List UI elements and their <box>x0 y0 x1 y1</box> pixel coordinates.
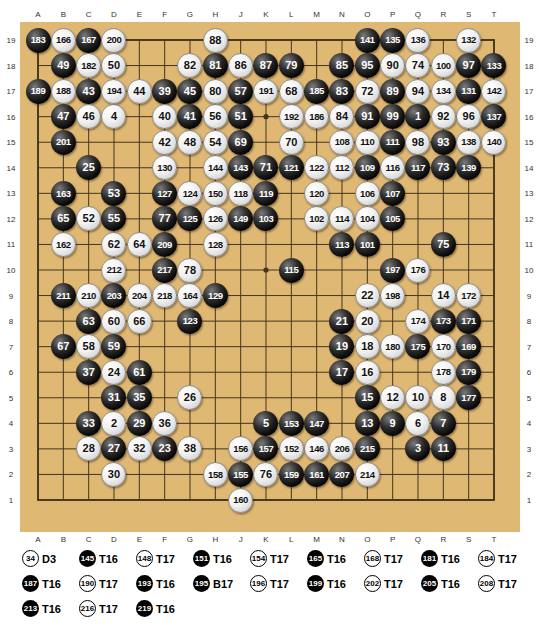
stone-P4: 9 <box>380 411 405 436</box>
stone-C17: 43 <box>76 79 101 104</box>
caption-move-145: 145T16 <box>79 549 136 568</box>
stone-O19: 141 <box>355 28 380 53</box>
stone-P13: 107 <box>380 181 405 206</box>
coord-label-bottom-K: K <box>263 535 268 544</box>
caption-coord: T17 <box>99 578 118 590</box>
stone-O7: 18 <box>355 334 380 359</box>
coord-label-right-1: 1 <box>527 496 531 505</box>
coord-label-top-S: S <box>466 10 471 19</box>
stone-D19: 200 <box>101 28 126 53</box>
caption-move-202: 202T17 <box>364 574 421 593</box>
caption-stone-145: 145 <box>79 550 96 567</box>
coord-label-top-T: T <box>492 10 497 19</box>
stone-L18: 79 <box>279 53 304 78</box>
caption-move-193: 193T16 <box>136 574 193 593</box>
stone-F4: 36 <box>152 411 177 436</box>
caption-stone-190: 190 <box>79 575 96 592</box>
stone-L2: 159 <box>279 462 304 487</box>
caption-move-168: 168T17 <box>364 549 421 568</box>
coord-label-bottom-D: D <box>111 535 117 544</box>
stone-O11: 101 <box>355 232 380 257</box>
coord-label-bottom-R: R <box>440 535 446 544</box>
coord-label-right-4: 4 <box>527 419 531 428</box>
stone-E6: 61 <box>127 360 152 385</box>
coord-label-right-7: 7 <box>527 342 531 351</box>
caption-stone-216: 216 <box>79 600 96 617</box>
coord-label-left-1: 1 <box>9 496 13 505</box>
stone-E8: 66 <box>127 309 152 334</box>
coord-label-top-A: A <box>35 10 40 19</box>
stone-C6: 37 <box>76 360 101 385</box>
coord-label-top-N: N <box>339 10 345 19</box>
go-kifu-diagram: 1831661672008814113513613249182508281868… <box>0 0 540 629</box>
stone-R18: 100 <box>431 53 456 78</box>
coord-label-right-2: 2 <box>527 470 531 479</box>
stone-F15: 42 <box>152 130 177 155</box>
coord-label-right-13: 13 <box>525 189 534 198</box>
caption-move-151: 151T16 <box>193 549 250 568</box>
coord-label-left-14: 14 <box>7 163 16 172</box>
coord-label-left-17: 17 <box>7 87 16 96</box>
coord-label-right-5: 5 <box>527 393 531 402</box>
stone-G17: 45 <box>177 79 202 104</box>
caption-coord: T17 <box>498 578 517 590</box>
stone-R8: 173 <box>431 309 456 334</box>
stone-M2: 161 <box>304 462 329 487</box>
stone-R11: 75 <box>431 232 456 257</box>
stone-B13: 163 <box>51 181 76 206</box>
caption-stone-196: 196 <box>250 575 267 592</box>
caption-coord: T16 <box>441 578 460 590</box>
coord-label-bottom-M: M <box>313 535 320 544</box>
stone-B19: 166 <box>51 28 76 53</box>
caption-coord: T16 <box>327 578 346 590</box>
caption-coord: T16 <box>441 553 460 565</box>
coord-label-left-11: 11 <box>7 240 15 249</box>
stone-K17: 191 <box>253 79 278 104</box>
stone-S8: 171 <box>456 309 481 334</box>
coord-label-bottom-S: S <box>466 535 471 544</box>
caption-stone-202: 202 <box>364 575 381 592</box>
coord-label-bottom-Q: Q <box>415 535 421 544</box>
coord-label-bottom-O: O <box>364 535 370 544</box>
caption-move-205: 205T16 <box>421 574 478 593</box>
stone-B16: 47 <box>51 104 76 129</box>
coord-label-bottom-L: L <box>289 535 293 544</box>
move-caption: 34D3145T16148T17151T16154T17165T16168T17… <box>22 549 538 624</box>
stone-S17: 131 <box>456 79 481 104</box>
coord-label-bottom-C: C <box>86 535 92 544</box>
caption-move-213: 213T16 <box>22 599 79 618</box>
stone-E5: 35 <box>127 385 152 410</box>
stone-F11: 209 <box>152 232 177 257</box>
coord-label-left-16: 16 <box>7 112 16 121</box>
stone-L10: 115 <box>279 258 304 283</box>
caption-stone-34: 34 <box>22 550 39 567</box>
stone-H13: 150 <box>203 181 228 206</box>
coord-label-right-19: 19 <box>525 36 534 45</box>
stone-R4: 7 <box>431 411 456 436</box>
caption-coord: D3 <box>42 553 56 565</box>
coord-label-left-15: 15 <box>7 138 16 147</box>
coord-label-bottom-T: T <box>492 535 497 544</box>
coord-label-top-J: J <box>239 10 243 19</box>
coord-label-top-K: K <box>263 10 268 19</box>
star-point <box>263 267 268 272</box>
caption-move-199: 199T16 <box>307 574 364 593</box>
stone-C19: 167 <box>76 28 101 53</box>
stone-O8: 20 <box>355 309 380 334</box>
coord-label-top-L: L <box>289 10 293 19</box>
stone-M13: 120 <box>304 181 329 206</box>
coord-label-bottom-G: G <box>187 535 193 544</box>
caption-coord: T16 <box>156 578 175 590</box>
stone-H9: 129 <box>203 283 228 308</box>
stone-S15: 138 <box>456 130 481 155</box>
coord-label-bottom-A: A <box>35 535 40 544</box>
caption-move-219: 219T16 <box>136 599 193 618</box>
go-board: 1831661672008814113513613249182508281868… <box>20 22 520 532</box>
coord-label-left-6: 6 <box>9 368 13 377</box>
coord-label-top-Q: Q <box>415 10 421 19</box>
stone-O14: 109 <box>355 155 380 180</box>
stone-R17: 134 <box>431 79 456 104</box>
stone-S19: 132 <box>456 28 481 53</box>
stone-L15: 70 <box>279 130 304 155</box>
coord-label-top-P: P <box>390 10 395 19</box>
stone-G10: 78 <box>177 258 202 283</box>
coord-label-right-17: 17 <box>525 87 534 96</box>
coord-label-bottom-N: N <box>339 535 345 544</box>
coord-label-top-R: R <box>440 10 446 19</box>
coord-label-left-7: 7 <box>9 342 13 351</box>
coord-label-bottom-P: P <box>390 535 395 544</box>
coord-label-right-11: 11 <box>525 240 533 249</box>
stone-Q19: 136 <box>405 28 430 53</box>
stone-L14: 121 <box>279 155 304 180</box>
stone-E11: 64 <box>127 232 152 257</box>
caption-coord: T16 <box>42 578 61 590</box>
stone-P15: 111 <box>380 130 405 155</box>
stone-P10: 197 <box>380 258 405 283</box>
stone-P17: 89 <box>380 79 405 104</box>
star-point <box>263 114 268 119</box>
coord-label-top-O: O <box>364 10 370 19</box>
caption-move-34: 34D3 <box>22 549 79 568</box>
stone-J15: 69 <box>228 130 253 155</box>
stone-B9: 211 <box>51 283 76 308</box>
caption-coord: T17 <box>498 553 517 565</box>
caption-move-216: 216T17 <box>79 599 136 618</box>
coord-label-top-C: C <box>86 10 92 19</box>
caption-stone-205: 205 <box>421 575 438 592</box>
caption-row: 213T16216T17219T16 <box>22 599 538 618</box>
caption-row: 34D3145T16148T17151T16154T17165T16168T17… <box>22 549 538 568</box>
coord-label-right-10: 10 <box>525 266 534 275</box>
caption-coord: T16 <box>327 553 346 565</box>
coord-label-left-19: 19 <box>7 36 16 45</box>
coord-label-top-M: M <box>313 10 320 19</box>
stone-M17: 185 <box>304 79 329 104</box>
stone-B11: 162 <box>51 232 76 257</box>
coord-label-bottom-H: H <box>212 535 218 544</box>
coord-label-top-F: F <box>162 10 167 19</box>
caption-move-190: 190T17 <box>79 574 136 593</box>
coord-label-top-H: H <box>212 10 218 19</box>
caption-move-165: 165T16 <box>307 549 364 568</box>
stone-R15: 93 <box>431 130 456 155</box>
caption-stone-154: 154 <box>250 550 267 567</box>
caption-coord: T16 <box>156 603 175 615</box>
coord-label-top-E: E <box>137 10 142 19</box>
stone-R6: 178 <box>431 360 456 385</box>
caption-coord: T16 <box>99 553 118 565</box>
coord-label-left-9: 9 <box>9 291 13 300</box>
stone-E9: 204 <box>127 283 152 308</box>
stone-O4: 13 <box>355 411 380 436</box>
stone-H14: 144 <box>203 155 228 180</box>
caption-move-154: 154T17 <box>250 549 307 568</box>
caption-stone-165: 165 <box>307 550 324 567</box>
stone-S6: 179 <box>456 360 481 385</box>
coord-label-right-3: 3 <box>527 444 531 453</box>
coord-label-right-8: 8 <box>527 317 531 326</box>
stone-D10: 212 <box>101 258 126 283</box>
stone-L16: 192 <box>279 104 304 129</box>
caption-stone-148: 148 <box>136 550 153 567</box>
caption-stone-199: 199 <box>307 575 324 592</box>
caption-stone-181: 181 <box>421 550 438 567</box>
coord-label-bottom-J: J <box>239 535 243 544</box>
coord-label-top-B: B <box>61 10 66 19</box>
coord-label-left-4: 4 <box>9 419 13 428</box>
stone-B17: 188 <box>51 79 76 104</box>
caption-row: 187T16190T17193T16195B17196T17199T16202T… <box>22 574 538 593</box>
stone-J1: 160 <box>228 488 253 513</box>
coord-label-left-5: 5 <box>9 393 13 402</box>
coord-label-left-3: 3 <box>9 444 13 453</box>
stone-F13: 127 <box>152 181 177 206</box>
caption-coord: B17 <box>213 578 233 590</box>
coord-label-bottom-F: F <box>162 535 167 544</box>
stone-J17: 57 <box>228 79 253 104</box>
stone-O5: 15 <box>355 385 380 410</box>
coord-label-left-8: 8 <box>9 317 13 326</box>
coord-label-top-D: D <box>111 10 117 19</box>
stone-A17: 189 <box>26 79 51 104</box>
stone-H15: 54 <box>203 130 228 155</box>
stone-H11: 128 <box>203 232 228 257</box>
coord-label-right-14: 14 <box>525 163 534 172</box>
stone-R5: 8 <box>431 385 456 410</box>
stone-O13: 106 <box>355 181 380 206</box>
stone-F10: 217 <box>152 258 177 283</box>
stone-H2: 158 <box>203 462 228 487</box>
caption-coord: T17 <box>99 603 118 615</box>
stone-D17: 194 <box>101 79 126 104</box>
stone-F17: 39 <box>152 79 177 104</box>
caption-move-181: 181T16 <box>421 549 478 568</box>
stone-E17: 44 <box>127 79 152 104</box>
stone-E4: 29 <box>127 411 152 436</box>
stone-H19: 88 <box>203 28 228 53</box>
caption-stone-208: 208 <box>478 575 495 592</box>
stone-O2: 214 <box>355 462 380 487</box>
stone-Q10: 176 <box>405 258 430 283</box>
stone-B18: 49 <box>51 53 76 78</box>
stone-B15: 201 <box>51 130 76 155</box>
stone-C8: 63 <box>76 309 101 334</box>
stone-R9: 14 <box>431 283 456 308</box>
stone-O16: 91 <box>355 104 380 129</box>
coord-label-left-10: 10 <box>7 266 16 275</box>
caption-stone-187: 187 <box>22 575 39 592</box>
stone-D8: 60 <box>101 309 126 334</box>
stone-M4: 147 <box>304 411 329 436</box>
caption-stone-168: 168 <box>364 550 381 567</box>
coord-label-right-16: 16 <box>525 112 534 121</box>
caption-move-187: 187T16 <box>22 574 79 593</box>
caption-coord: T17 <box>270 553 289 565</box>
caption-stone-184: 184 <box>478 550 495 567</box>
stone-O9: 22 <box>355 283 380 308</box>
stone-R16: 92 <box>431 104 456 129</box>
caption-move-208: 208T17 <box>478 574 535 593</box>
stone-R7: 170 <box>431 334 456 359</box>
caption-stone-219: 219 <box>136 600 153 617</box>
coord-label-bottom-E: E <box>137 535 142 544</box>
caption-coord: T17 <box>384 578 403 590</box>
stone-C4: 33 <box>76 411 101 436</box>
stone-J2: 155 <box>228 462 253 487</box>
stone-P19: 135 <box>380 28 405 53</box>
coord-label-bottom-B: B <box>61 535 66 544</box>
coord-label-top-G: G <box>187 10 193 19</box>
caption-stone-193: 193 <box>136 575 153 592</box>
stone-H18: 81 <box>203 53 228 78</box>
coord-label-right-9: 9 <box>527 291 531 300</box>
stone-T17: 142 <box>481 79 506 104</box>
stone-R14: 73 <box>431 155 456 180</box>
coord-label-left-13: 13 <box>7 189 16 198</box>
caption-coord: T17 <box>156 553 175 565</box>
coord-label-left-12: 12 <box>7 214 16 223</box>
coord-label-right-18: 18 <box>525 61 534 70</box>
stone-O17: 72 <box>355 79 380 104</box>
stone-G8: 123 <box>177 309 202 334</box>
caption-stone-151: 151 <box>193 550 210 567</box>
caption-coord: T17 <box>384 553 403 565</box>
stone-J13: 118 <box>228 181 253 206</box>
caption-coord: T16 <box>42 603 61 615</box>
caption-stone-195: 195 <box>193 575 210 592</box>
stone-Q8: 174 <box>405 309 430 334</box>
coord-label-right-12: 12 <box>525 214 534 223</box>
coord-label-left-2: 2 <box>9 470 13 479</box>
stone-A19: 183 <box>26 28 51 53</box>
caption-stone-213: 213 <box>22 600 39 617</box>
coord-label-left-18: 18 <box>7 61 16 70</box>
caption-move-184: 184T17 <box>478 549 535 568</box>
stone-H16: 56 <box>203 104 228 129</box>
stone-O18: 95 <box>355 53 380 78</box>
stone-O15: 110 <box>355 130 380 155</box>
stone-H17: 80 <box>203 79 228 104</box>
coord-label-right-15: 15 <box>525 138 534 147</box>
stone-L4: 153 <box>279 411 304 436</box>
coord-label-right-6: 6 <box>527 368 531 377</box>
stone-N8: 21 <box>329 309 354 334</box>
caption-move-195: 195B17 <box>193 574 250 593</box>
stone-L17: 68 <box>279 79 304 104</box>
caption-move-196: 196T17 <box>250 574 307 593</box>
stone-B7: 67 <box>51 334 76 359</box>
stone-N17: 83 <box>329 79 354 104</box>
caption-coord: T17 <box>270 578 289 590</box>
stone-O6: 16 <box>355 360 380 385</box>
caption-coord: T16 <box>213 553 232 565</box>
stone-Q17: 94 <box>405 79 430 104</box>
caption-move-148: 148T17 <box>136 549 193 568</box>
